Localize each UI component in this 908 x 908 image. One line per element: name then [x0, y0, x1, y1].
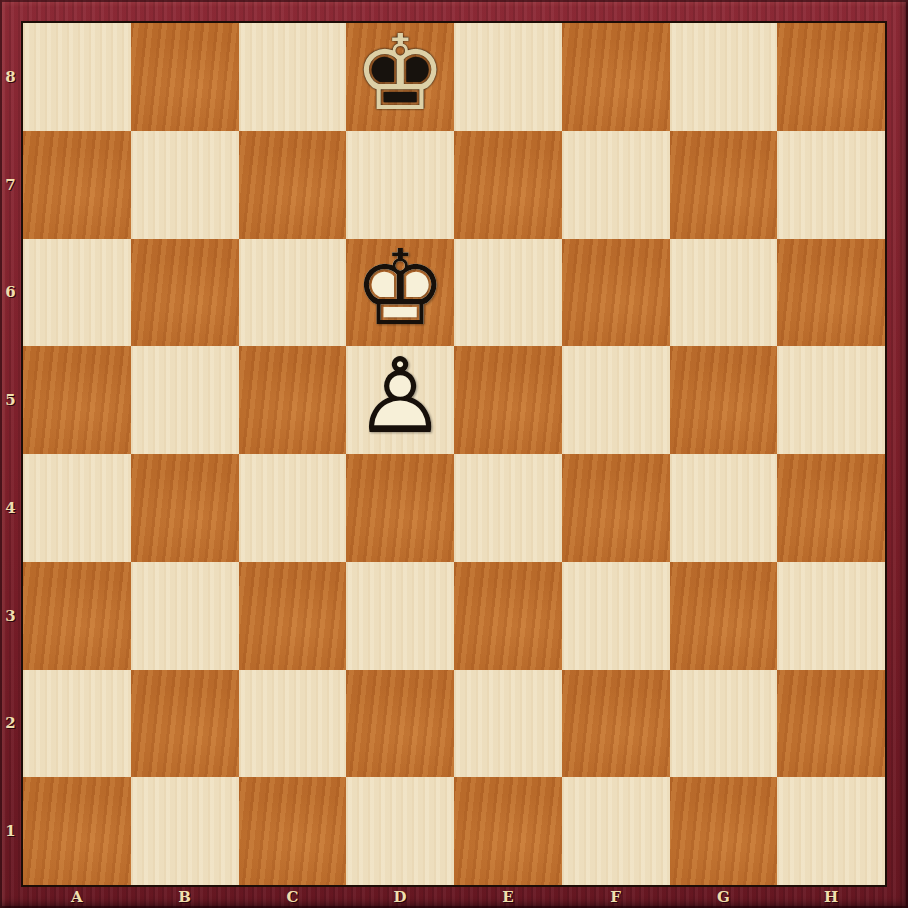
- square-b6[interactable]: [131, 239, 239, 347]
- square-e2[interactable]: [454, 670, 562, 778]
- square-f3[interactable]: [562, 562, 670, 670]
- file-label-h: H: [777, 886, 885, 907]
- square-d7[interactable]: [346, 131, 454, 239]
- square-h5[interactable]: [777, 346, 885, 454]
- board-outline: ♚♔♚♔♟♙: [21, 21, 887, 887]
- rank-label-5: 5: [0, 346, 21, 454]
- square-b2[interactable]: [131, 670, 239, 778]
- square-c2[interactable]: [239, 670, 347, 778]
- square-f2[interactable]: [562, 670, 670, 778]
- square-c1[interactable]: [239, 777, 347, 885]
- square-b1[interactable]: [131, 777, 239, 885]
- square-a7[interactable]: [23, 131, 131, 239]
- square-d2[interactable]: [346, 670, 454, 778]
- square-h7[interactable]: [777, 131, 885, 239]
- square-a3[interactable]: [23, 562, 131, 670]
- square-d8[interactable]: ♚♔: [346, 23, 454, 131]
- square-f6[interactable]: [562, 239, 670, 347]
- file-label-g: G: [670, 886, 778, 907]
- square-f1[interactable]: [562, 777, 670, 885]
- square-e7[interactable]: [454, 131, 562, 239]
- piece-glyph-outline: ♔: [354, 236, 447, 340]
- rank-label-4: 4: [0, 454, 21, 562]
- square-h4[interactable]: [777, 454, 885, 562]
- square-f7[interactable]: [562, 131, 670, 239]
- square-c5[interactable]: [239, 346, 347, 454]
- square-a5[interactable]: [23, 346, 131, 454]
- square-e4[interactable]: [454, 454, 562, 562]
- square-b5[interactable]: [131, 346, 239, 454]
- square-h6[interactable]: [777, 239, 885, 347]
- square-c3[interactable]: [239, 562, 347, 670]
- square-b3[interactable]: [131, 562, 239, 670]
- board: ♚♔♚♔♟♙: [23, 23, 885, 885]
- white-king[interactable]: ♚♔: [346, 239, 454, 347]
- square-h8[interactable]: [777, 23, 885, 131]
- square-f5[interactable]: [562, 346, 670, 454]
- square-c6[interactable]: [239, 239, 347, 347]
- square-c4[interactable]: [239, 454, 347, 562]
- square-d1[interactable]: [346, 777, 454, 885]
- file-label-e: E: [454, 886, 562, 907]
- square-a1[interactable]: [23, 777, 131, 885]
- square-a8[interactable]: [23, 23, 131, 131]
- square-d5[interactable]: ♟♙: [346, 346, 454, 454]
- rank-labels: 87654321: [0, 23, 21, 885]
- square-g4[interactable]: [670, 454, 778, 562]
- square-a4[interactable]: [23, 454, 131, 562]
- square-b7[interactable]: [131, 131, 239, 239]
- square-e8[interactable]: [454, 23, 562, 131]
- rank-label-6: 6: [0, 239, 21, 347]
- piece-glyph-outline: ♔: [354, 21, 447, 125]
- square-e1[interactable]: [454, 777, 562, 885]
- square-g3[interactable]: [670, 562, 778, 670]
- square-e3[interactable]: [454, 562, 562, 670]
- file-labels: ABCDEFGH: [23, 886, 885, 907]
- square-d6[interactable]: ♚♔: [346, 239, 454, 347]
- square-c8[interactable]: [239, 23, 347, 131]
- square-g1[interactable]: [670, 777, 778, 885]
- file-label-c: C: [239, 886, 347, 907]
- square-g2[interactable]: [670, 670, 778, 778]
- file-label-d: D: [346, 886, 454, 907]
- file-label-b: B: [131, 886, 239, 907]
- square-g8[interactable]: [670, 23, 778, 131]
- square-d3[interactable]: [346, 562, 454, 670]
- square-d4[interactable]: [346, 454, 454, 562]
- rank-label-3: 3: [0, 562, 21, 670]
- rank-label-8: 8: [0, 23, 21, 131]
- square-f8[interactable]: [562, 23, 670, 131]
- square-f4[interactable]: [562, 454, 670, 562]
- square-e6[interactable]: [454, 239, 562, 347]
- rank-label-2: 2: [0, 670, 21, 778]
- square-g6[interactable]: [670, 239, 778, 347]
- black-king[interactable]: ♚♔: [346, 23, 454, 131]
- rank-label-1: 1: [0, 777, 21, 885]
- square-e5[interactable]: [454, 346, 562, 454]
- file-label-a: A: [23, 886, 131, 907]
- white-pawn[interactable]: ♟♙: [346, 346, 454, 454]
- square-g7[interactable]: [670, 131, 778, 239]
- square-g5[interactable]: [670, 346, 778, 454]
- square-a6[interactable]: [23, 239, 131, 347]
- square-c7[interactable]: [239, 131, 347, 239]
- chessboard-frame: 87654321 ABCDEFGH ♚♔♚♔♟♙: [0, 0, 908, 908]
- file-label-f: F: [562, 886, 670, 907]
- square-h3[interactable]: [777, 562, 885, 670]
- square-b4[interactable]: [131, 454, 239, 562]
- square-a2[interactable]: [23, 670, 131, 778]
- rank-label-7: 7: [0, 131, 21, 239]
- square-b8[interactable]: [131, 23, 239, 131]
- square-h1[interactable]: [777, 777, 885, 885]
- square-h2[interactable]: [777, 670, 885, 778]
- piece-glyph-outline: ♙: [354, 344, 447, 448]
